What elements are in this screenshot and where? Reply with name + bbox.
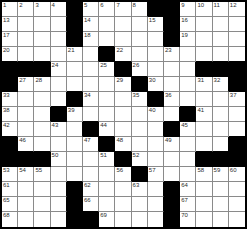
cell-number: 27 [19, 77, 26, 84]
white-cell[interactable] [67, 77, 83, 92]
white-cell[interactable] [229, 212, 245, 227]
cell-number: 47 [84, 137, 91, 144]
black-cell [99, 137, 115, 152]
cell-number: 65 [3, 197, 10, 204]
white-cell[interactable] [148, 152, 164, 167]
cell-number: 7 [116, 2, 119, 9]
black-cell [132, 77, 148, 92]
white-cell[interactable]: 40 [148, 107, 164, 122]
white-cell[interactable]: 38 [2, 107, 18, 122]
cell-number: 34 [84, 92, 91, 99]
white-cell[interactable]: 61 [2, 182, 18, 197]
white-cell[interactable] [180, 92, 196, 107]
cell-number: 59 [214, 167, 221, 174]
white-cell[interactable] [34, 212, 50, 227]
cell-number: 2 [19, 2, 22, 9]
black-cell [196, 152, 212, 167]
white-cell[interactable]: 60 [229, 167, 245, 182]
cell-number: 61 [3, 182, 10, 189]
white-cell[interactable]: 31 [196, 77, 212, 92]
white-cell[interactable] [213, 182, 229, 197]
white-cell[interactable] [34, 122, 50, 137]
white-cell[interactable] [213, 92, 229, 107]
white-cell[interactable] [99, 167, 115, 182]
white-cell[interactable] [51, 167, 67, 182]
white-cell[interactable] [180, 167, 196, 182]
white-cell[interactable] [132, 32, 148, 47]
cell-number: 4 [52, 2, 55, 9]
white-cell[interactable] [229, 107, 245, 122]
white-cell[interactable] [213, 47, 229, 62]
white-cell[interactable]: 42 [2, 122, 18, 137]
black-cell [34, 62, 50, 77]
white-cell[interactable] [51, 32, 67, 47]
cell-number: 42 [3, 122, 10, 129]
white-cell[interactable] [67, 152, 83, 167]
black-cell [180, 107, 196, 122]
white-cell[interactable]: 49 [164, 137, 180, 152]
white-cell[interactable] [18, 212, 34, 227]
white-cell[interactable]: 50 [51, 152, 67, 167]
white-cell[interactable]: 29 [115, 77, 131, 92]
black-cell [164, 2, 180, 17]
white-cell[interactable] [67, 62, 83, 77]
white-cell[interactable]: 69 [99, 212, 115, 227]
white-cell[interactable]: 28 [34, 77, 50, 92]
black-cell [164, 17, 180, 32]
black-cell [2, 77, 18, 92]
white-cell[interactable]: 33 [2, 92, 18, 107]
cell-number: 21 [68, 47, 75, 54]
white-cell[interactable] [148, 32, 164, 47]
cell-number: 9 [181, 2, 184, 9]
cell-number: 17 [3, 32, 10, 39]
white-cell[interactable] [51, 182, 67, 197]
white-cell[interactable]: 4 [51, 2, 67, 17]
white-cell[interactable] [229, 47, 245, 62]
white-cell[interactable] [99, 77, 115, 92]
white-cell[interactable] [132, 122, 148, 137]
white-cell[interactable] [132, 197, 148, 212]
white-cell[interactable] [148, 122, 164, 137]
cell-number: 57 [149, 167, 156, 174]
white-cell[interactable] [18, 182, 34, 197]
black-cell [164, 182, 180, 197]
white-cell[interactable]: 2 [18, 2, 34, 17]
cell-number: 30 [149, 77, 156, 84]
white-cell[interactable]: 37 [229, 92, 245, 107]
cell-number: 45 [181, 122, 188, 129]
white-cell[interactable] [51, 17, 67, 32]
cell-number: 51 [100, 152, 107, 159]
white-cell[interactable]: 13 [2, 17, 18, 32]
white-cell[interactable] [83, 167, 99, 182]
white-cell[interactable] [196, 122, 212, 137]
white-cell[interactable] [67, 137, 83, 152]
white-cell[interactable] [180, 62, 196, 77]
white-cell[interactable]: 68 [2, 212, 18, 227]
cell-number: 46 [19, 137, 26, 144]
white-cell[interactable] [180, 137, 196, 152]
white-cell[interactable] [132, 17, 148, 32]
cell-number: 53 [3, 167, 10, 174]
white-cell[interactable]: 9 [180, 2, 196, 17]
white-cell[interactable]: 56 [115, 167, 131, 182]
white-cell[interactable] [51, 137, 67, 152]
black-cell [67, 92, 83, 107]
white-cell[interactable] [115, 107, 131, 122]
white-cell[interactable] [148, 182, 164, 197]
cell-number: 28 [35, 77, 42, 84]
white-cell[interactable] [213, 197, 229, 212]
white-cell[interactable] [180, 77, 196, 92]
black-cell [67, 197, 83, 212]
white-cell[interactable]: 45 [180, 122, 196, 137]
white-cell[interactable] [164, 107, 180, 122]
white-cell[interactable]: 5 [83, 2, 99, 17]
black-cell [132, 167, 148, 182]
white-cell[interactable] [148, 137, 164, 152]
white-cell[interactable]: 47 [83, 137, 99, 152]
black-cell [213, 152, 229, 167]
white-cell[interactable] [18, 47, 34, 62]
white-cell[interactable]: 36 [164, 92, 180, 107]
cell-number: 15 [149, 17, 156, 24]
cell-number: 25 [100, 62, 107, 69]
white-cell[interactable]: 39 [67, 107, 83, 122]
white-cell[interactable]: 30 [148, 77, 164, 92]
white-cell[interactable] [99, 182, 115, 197]
white-cell[interactable]: 54 [18, 167, 34, 182]
cell-number: 67 [181, 197, 188, 204]
white-cell[interactable] [196, 32, 212, 47]
white-cell[interactable] [99, 107, 115, 122]
white-cell[interactable]: 3 [34, 2, 50, 17]
white-cell[interactable] [196, 197, 212, 212]
cell-number: 12 [230, 2, 237, 9]
white-cell[interactable]: 52 [132, 152, 148, 167]
black-cell [67, 17, 83, 32]
cell-number: 50 [52, 152, 59, 159]
white-cell[interactable]: 46 [18, 137, 34, 152]
white-cell[interactable] [148, 47, 164, 62]
white-cell[interactable]: 51 [99, 152, 115, 167]
white-cell[interactable]: 1 [2, 2, 18, 17]
black-cell [18, 62, 34, 77]
black-cell [83, 212, 99, 227]
cell-number: 55 [35, 167, 42, 174]
white-cell[interactable] [164, 77, 180, 92]
white-cell[interactable] [99, 17, 115, 32]
white-cell[interactable] [229, 122, 245, 137]
white-cell[interactable] [196, 47, 212, 62]
white-cell[interactable]: 67 [180, 197, 196, 212]
white-cell[interactable] [51, 92, 67, 107]
white-cell[interactable]: 12 [229, 2, 245, 17]
cell-number: 54 [19, 167, 26, 174]
white-cell[interactable] [115, 212, 131, 227]
cell-number: 40 [149, 107, 156, 114]
cell-number: 18 [84, 32, 91, 39]
cell-number: 39 [68, 107, 75, 114]
cell-number: 23 [165, 47, 172, 54]
black-cell [213, 62, 229, 77]
white-cell[interactable]: 6 [99, 2, 115, 17]
white-cell[interactable]: 21 [67, 47, 83, 62]
black-cell [229, 77, 245, 92]
white-cell[interactable]: 41 [196, 107, 212, 122]
white-cell[interactable]: 16 [180, 17, 196, 32]
white-cell[interactable]: 59 [213, 167, 229, 182]
white-cell[interactable]: 63 [132, 182, 148, 197]
white-cell[interactable] [34, 17, 50, 32]
white-cell[interactable] [148, 62, 164, 77]
white-cell[interactable] [180, 47, 196, 62]
white-cell[interactable] [132, 137, 148, 152]
white-cell[interactable]: 7 [115, 2, 131, 17]
black-cell [67, 32, 83, 47]
cell-number: 6 [100, 2, 103, 9]
cell-number: 35 [133, 92, 140, 99]
cell-number: 63 [133, 182, 140, 189]
black-cell [115, 152, 131, 167]
white-cell[interactable]: 14 [83, 17, 99, 32]
cell-number: 29 [116, 77, 123, 84]
black-cell [67, 2, 83, 17]
white-cell[interactable]: 19 [180, 32, 196, 47]
white-cell[interactable] [213, 107, 229, 122]
white-cell[interactable] [83, 77, 99, 92]
white-cell[interactable]: 64 [180, 182, 196, 197]
white-cell[interactable]: 48 [115, 137, 131, 152]
white-cell[interactable] [83, 107, 99, 122]
black-cell [229, 62, 245, 77]
white-cell[interactable] [83, 47, 99, 62]
cell-number: 49 [165, 137, 172, 144]
white-cell[interactable] [164, 152, 180, 167]
white-cell[interactable] [196, 17, 212, 32]
cell-number: 66 [84, 197, 91, 204]
white-cell[interactable] [18, 92, 34, 107]
white-cell[interactable] [115, 197, 131, 212]
cell-number: 44 [100, 122, 107, 129]
white-cell[interactable]: 65 [2, 197, 18, 212]
white-cell[interactable] [148, 197, 164, 212]
white-cell[interactable] [148, 212, 164, 227]
white-cell[interactable]: 15 [148, 17, 164, 32]
white-cell[interactable] [51, 47, 67, 62]
white-cell[interactable]: 55 [34, 167, 50, 182]
cell-number: 5 [84, 2, 87, 9]
white-cell[interactable] [229, 182, 245, 197]
white-cell[interactable] [34, 137, 50, 152]
white-cell[interactable]: 25 [99, 62, 115, 77]
white-cell[interactable]: 44 [99, 122, 115, 137]
white-cell[interactable] [34, 182, 50, 197]
white-cell[interactable]: 26 [132, 62, 148, 77]
white-cell[interactable] [229, 32, 245, 47]
black-cell [196, 62, 212, 77]
white-cell[interactable] [99, 92, 115, 107]
white-cell[interactable] [18, 107, 34, 122]
white-cell[interactable] [229, 17, 245, 32]
white-cell[interactable] [164, 167, 180, 182]
white-cell[interactable]: 43 [51, 122, 67, 137]
black-cell [148, 92, 164, 107]
black-cell [34, 152, 50, 167]
white-cell[interactable] [229, 197, 245, 212]
white-cell[interactable] [18, 122, 34, 137]
cell-number: 31 [197, 77, 204, 84]
cell-number: 20 [3, 47, 10, 54]
black-cell [148, 2, 164, 17]
white-cell[interactable]: 22 [115, 47, 131, 62]
cell-number: 1 [3, 2, 6, 9]
white-cell[interactable] [115, 92, 131, 107]
cell-number: 43 [52, 122, 59, 129]
white-cell[interactable]: 23 [164, 47, 180, 62]
black-cell [229, 152, 245, 167]
black-cell [67, 212, 83, 227]
white-cell[interactable] [34, 197, 50, 212]
white-cell[interactable] [115, 32, 131, 47]
white-cell[interactable] [18, 32, 34, 47]
black-cell [164, 122, 180, 137]
cell-number: 37 [230, 92, 237, 99]
white-cell[interactable] [132, 107, 148, 122]
white-cell[interactable] [99, 32, 115, 47]
white-cell[interactable]: 10 [196, 2, 212, 17]
black-cell [164, 32, 180, 47]
white-cell[interactable] [213, 212, 229, 227]
black-cell [164, 212, 180, 227]
cell-number: 58 [197, 167, 204, 174]
white-cell[interactable]: 66 [83, 197, 99, 212]
white-cell[interactable] [67, 167, 83, 182]
white-cell[interactable] [34, 32, 50, 47]
black-cell [18, 152, 34, 167]
white-cell[interactable] [196, 92, 212, 107]
white-cell[interactable]: 8 [132, 2, 148, 17]
white-cell[interactable] [51, 77, 67, 92]
cell-number: 52 [133, 152, 140, 159]
cell-number: 19 [181, 32, 188, 39]
cell-number: 36 [165, 92, 172, 99]
cell-number: 48 [116, 137, 123, 144]
white-cell[interactable] [196, 182, 212, 197]
cell-number: 32 [214, 77, 221, 84]
cell-number: 68 [3, 212, 10, 219]
cell-number: 14 [84, 17, 91, 24]
white-cell[interactable] [83, 62, 99, 77]
black-cell [2, 152, 18, 167]
cell-number: 60 [230, 167, 237, 174]
white-cell[interactable] [51, 212, 67, 227]
black-cell [229, 137, 245, 152]
white-cell[interactable]: 27 [18, 77, 34, 92]
black-cell [2, 62, 18, 77]
white-cell[interactable]: 17 [2, 32, 18, 47]
white-cell[interactable] [18, 17, 34, 32]
white-cell[interactable] [34, 47, 50, 62]
crossword-grid: 1234567891011121314151617181920212223242… [0, 0, 247, 229]
white-cell[interactable] [180, 152, 196, 167]
white-cell[interactable]: 18 [83, 32, 99, 47]
black-cell [83, 122, 99, 137]
white-cell[interactable]: 57 [148, 167, 164, 182]
black-cell [99, 47, 115, 62]
cell-number: 70 [181, 212, 188, 219]
white-cell[interactable] [115, 182, 131, 197]
cell-number: 62 [84, 182, 91, 189]
white-cell[interactable] [132, 212, 148, 227]
white-cell[interactable] [213, 122, 229, 137]
black-cell [115, 62, 131, 77]
white-cell[interactable] [34, 107, 50, 122]
white-cell[interactable]: 53 [2, 167, 18, 182]
black-cell [67, 182, 83, 197]
white-cell[interactable]: 35 [132, 92, 148, 107]
white-cell[interactable]: 24 [51, 62, 67, 77]
white-cell[interactable] [213, 137, 229, 152]
cell-number: 69 [100, 212, 107, 219]
white-cell[interactable] [115, 122, 131, 137]
white-cell[interactable] [213, 17, 229, 32]
white-cell[interactable] [196, 212, 212, 227]
cell-number: 10 [197, 2, 204, 9]
white-cell[interactable] [115, 17, 131, 32]
white-cell[interactable] [18, 197, 34, 212]
white-cell[interactable] [196, 137, 212, 152]
white-cell[interactable] [132, 47, 148, 62]
white-cell[interactable] [213, 32, 229, 47]
white-cell[interactable]: 32 [213, 77, 229, 92]
cell-number: 56 [116, 167, 123, 174]
white-cell[interactable] [51, 197, 67, 212]
cell-number: 41 [197, 107, 204, 114]
white-cell[interactable]: 70 [180, 212, 196, 227]
white-cell[interactable] [67, 122, 83, 137]
cell-number: 22 [116, 47, 123, 54]
cell-number: 3 [35, 2, 38, 9]
cell-number: 33 [3, 92, 10, 99]
cell-number: 24 [52, 62, 59, 69]
cell-number: 16 [181, 17, 188, 24]
cell-number: 26 [133, 62, 140, 69]
white-cell[interactable]: 62 [83, 182, 99, 197]
white-cell[interactable] [83, 152, 99, 167]
cell-number: 64 [181, 182, 188, 189]
white-cell[interactable] [99, 197, 115, 212]
white-cell[interactable]: 58 [196, 167, 212, 182]
white-cell[interactable]: 34 [83, 92, 99, 107]
white-cell[interactable]: 20 [2, 47, 18, 62]
white-cell[interactable] [34, 92, 50, 107]
black-cell [51, 107, 67, 122]
white-cell[interactable] [164, 62, 180, 77]
cell-number: 38 [3, 107, 10, 114]
black-cell [164, 197, 180, 212]
cell-number: 13 [3, 17, 10, 24]
cell-number: 11 [214, 2, 220, 9]
black-cell [2, 137, 18, 152]
cell-number: 8 [133, 2, 136, 9]
white-cell[interactable]: 11 [213, 2, 229, 17]
